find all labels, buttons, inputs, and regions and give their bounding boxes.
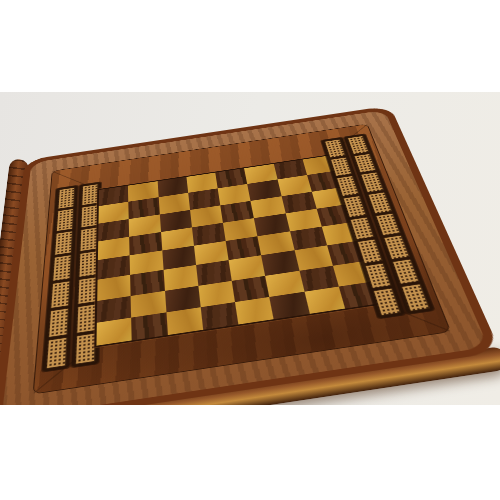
cribbage-plate: [375, 213, 401, 236]
cribbage-plate: [336, 176, 359, 197]
cribbage-plate: [357, 239, 383, 264]
board-square: [131, 312, 167, 340]
cribbage-plate: [76, 304, 96, 334]
cribbage-plate: [383, 235, 410, 260]
cribbage-plate: [401, 284, 430, 312]
board-square: [235, 297, 274, 325]
cribbage-plate: [56, 208, 74, 231]
cribbage-plate: [80, 205, 97, 228]
cribbage-plate: [58, 187, 76, 209]
cribbage-plate: [48, 308, 69, 338]
cribbage-plate: [46, 337, 68, 369]
cribbage-plate: [78, 251, 97, 277]
cribbage-plate: [349, 217, 374, 240]
cribbage-plate: [365, 263, 392, 289]
tabletop: [0, 106, 500, 405]
board-square: [200, 302, 238, 330]
tabletop-perspective: [0, 92, 468, 405]
cribbage-plate: [347, 136, 369, 155]
cribbage-plate: [80, 227, 98, 252]
cribbage-plate: [343, 195, 367, 217]
cribbage-plate: [360, 172, 384, 193]
cribbage-plate: [52, 255, 71, 281]
cribbage-plate: [392, 259, 420, 285]
cribbage-plate: [354, 153, 377, 173]
board-square: [269, 292, 309, 320]
cribbage-plate: [54, 231, 73, 256]
cribbage-plate: [81, 184, 98, 206]
board-square: [166, 307, 203, 335]
product-photo: [0, 92, 500, 405]
canvas: { "scene": { "description": "Overhead an…: [0, 0, 500, 500]
cribbage-plate: [324, 139, 346, 158]
cribbage-plate: [330, 157, 352, 177]
cribbage-plate: [75, 333, 96, 365]
cribbage-plate: [50, 280, 70, 308]
board-square: [96, 317, 131, 345]
cribbage-plate: [373, 288, 401, 316]
cribbage-plate: [367, 192, 392, 214]
cribbage-plate: [77, 276, 96, 304]
games-table: [0, 92, 500, 405]
